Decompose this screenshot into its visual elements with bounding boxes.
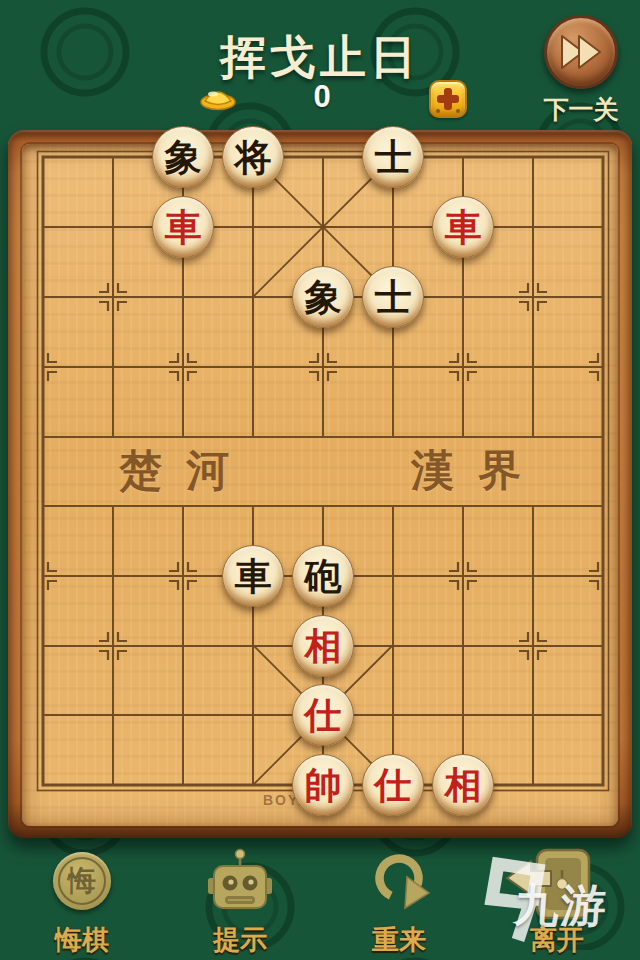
robot-icon[interactable] xyxy=(208,846,272,914)
piece-black-象[interactable]: 象 xyxy=(292,266,354,328)
plus-icon xyxy=(444,88,452,110)
piece-black-士[interactable]: 士 xyxy=(362,126,424,188)
undo-piece-icon[interactable]: 悔 xyxy=(53,852,111,910)
piece-red-仕[interactable]: 仕 xyxy=(362,754,424,816)
toolbar-label-leave[interactable]: 离开 xyxy=(487,922,627,958)
piece-glyph: 将 xyxy=(235,139,272,176)
piece-glyph: 相 xyxy=(305,628,342,665)
piece-red-仕[interactable]: 仕 xyxy=(292,684,354,746)
piece-glyph: 象 xyxy=(305,279,342,316)
piece-glyph: 象 xyxy=(165,139,202,176)
game-screen: { "game": "xiangqi", "position": { "fen"… xyxy=(0,0,640,960)
piece-black-象[interactable]: 象 xyxy=(152,126,214,188)
piece-black-車[interactable]: 車 xyxy=(222,545,284,607)
piece-red-相[interactable]: 相 xyxy=(292,615,354,677)
fast-forward-icon xyxy=(556,31,606,73)
piece-glyph: 砲 xyxy=(305,558,342,595)
next-level-label: 下一关 xyxy=(511,93,640,126)
river-label-right: 漢界 xyxy=(393,449,563,492)
toolbar-label-restart[interactable]: 重来 xyxy=(329,922,469,958)
rivet-dot xyxy=(456,109,460,113)
piece-red-車[interactable]: 車 xyxy=(432,196,494,258)
piece-red-帥[interactable]: 帥 xyxy=(292,754,354,816)
restart-arrow-icon[interactable] xyxy=(369,850,431,914)
piece-glyph: 士 xyxy=(375,279,412,316)
undo-piece-char: 悔 xyxy=(68,862,96,900)
toolbar-label-hint[interactable]: 提示 xyxy=(170,922,310,958)
next-level-button[interactable] xyxy=(544,15,618,89)
add-gold-button[interactable] xyxy=(429,80,467,118)
piece-glyph: 仕 xyxy=(305,697,342,734)
piece-glyph: 車 xyxy=(235,558,272,595)
toolbar-label-undo[interactable]: 悔棋 xyxy=(12,922,152,958)
piece-glyph: 相 xyxy=(445,767,482,804)
piece-red-相[interactable]: 相 xyxy=(432,754,494,816)
piece-red-車[interactable]: 車 xyxy=(152,196,214,258)
piece-black-砲[interactable]: 砲 xyxy=(292,545,354,607)
piece-glyph: 仕 xyxy=(375,767,412,804)
gold-ingot-icon xyxy=(197,80,239,114)
gold-count: 0 xyxy=(290,79,354,115)
river-label-left: 楚河 xyxy=(101,449,271,492)
exit-door-icon[interactable] xyxy=(503,848,597,932)
piece-black-士[interactable]: 士 xyxy=(362,266,424,328)
rivet-dot xyxy=(436,109,440,113)
piece-glyph: 車 xyxy=(445,209,482,246)
piece-glyph: 士 xyxy=(375,139,412,176)
piece-glyph: 車 xyxy=(165,209,202,246)
piece-black-将[interactable]: 将 xyxy=(222,126,284,188)
piece-glyph: 帥 xyxy=(305,767,342,804)
